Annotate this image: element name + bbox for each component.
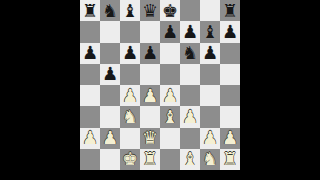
video-frame: ♜♞♝♛♚♜♟♟♝♟♟♟♟♞♟♟♟♟♟♞♝♟♟♟♛♟♟♚♜♝♞♜ <box>0 0 320 180</box>
square-f1[interactable]: ♝ <box>180 149 200 170</box>
square-a2[interactable]: ♟ <box>80 128 100 149</box>
square-b2[interactable]: ♟ <box>100 128 120 149</box>
black-pawn-icon: ♟ <box>202 44 218 62</box>
square-e6[interactable] <box>160 43 180 64</box>
square-d4[interactable]: ♟ <box>140 85 160 106</box>
square-h2[interactable]: ♟ <box>220 128 240 149</box>
black-pawn-icon: ♟ <box>142 44 158 62</box>
white-pawn-icon: ♟ <box>122 86 138 104</box>
square-g5[interactable] <box>200 64 220 85</box>
square-c4[interactable]: ♟ <box>120 85 140 106</box>
square-c5[interactable] <box>120 64 140 85</box>
white-pawn-icon: ♟ <box>182 107 198 125</box>
black-pawn-icon: ♟ <box>82 44 98 62</box>
square-b6[interactable] <box>100 43 120 64</box>
square-b8[interactable]: ♞ <box>100 0 120 21</box>
square-d3[interactable] <box>140 106 160 127</box>
square-b7[interactable] <box>100 21 120 42</box>
square-g4[interactable] <box>200 85 220 106</box>
square-g7[interactable]: ♝ <box>200 21 220 42</box>
square-h7[interactable]: ♟ <box>220 21 240 42</box>
black-rook-icon: ♜ <box>222 1 238 19</box>
square-e4[interactable]: ♟ <box>160 85 180 106</box>
black-knight-icon: ♞ <box>182 44 198 62</box>
square-g1[interactable]: ♞ <box>200 149 220 170</box>
square-f8[interactable] <box>180 0 200 21</box>
square-e5[interactable] <box>160 64 180 85</box>
square-h8[interactable]: ♜ <box>220 0 240 21</box>
square-c6[interactable]: ♟ <box>120 43 140 64</box>
square-a6[interactable]: ♟ <box>80 43 100 64</box>
square-c7[interactable] <box>120 21 140 42</box>
white-knight-icon: ♞ <box>122 107 138 125</box>
square-b5[interactable]: ♟ <box>100 64 120 85</box>
square-f7[interactable]: ♟ <box>180 21 200 42</box>
square-g3[interactable] <box>200 106 220 127</box>
chess-board: ♜♞♝♛♚♜♟♟♝♟♟♟♟♞♟♟♟♟♟♞♝♟♟♟♛♟♟♚♜♝♞♜ <box>80 0 240 170</box>
square-b1[interactable] <box>100 149 120 170</box>
black-pawn-icon: ♟ <box>222 22 238 40</box>
square-f6[interactable]: ♞ <box>180 43 200 64</box>
black-bishop-icon: ♝ <box>202 22 218 40</box>
square-b4[interactable] <box>100 85 120 106</box>
white-queen-icon: ♛ <box>142 129 158 147</box>
black-queen-icon: ♛ <box>142 1 158 19</box>
square-f5[interactable] <box>180 64 200 85</box>
square-g6[interactable]: ♟ <box>200 43 220 64</box>
square-f3[interactable]: ♟ <box>180 106 200 127</box>
square-h4[interactable] <box>220 85 240 106</box>
square-e7[interactable]: ♟ <box>160 21 180 42</box>
square-g2[interactable]: ♟ <box>200 128 220 149</box>
square-f4[interactable] <box>180 85 200 106</box>
black-king-icon: ♚ <box>162 1 178 19</box>
square-c3[interactable]: ♞ <box>120 106 140 127</box>
square-h3[interactable] <box>220 106 240 127</box>
black-knight-icon: ♞ <box>102 1 118 19</box>
white-king-icon: ♚ <box>122 150 138 168</box>
square-c8[interactable]: ♝ <box>120 0 140 21</box>
black-pawn-icon: ♟ <box>182 22 198 40</box>
square-a7[interactable] <box>80 21 100 42</box>
square-c2[interactable] <box>120 128 140 149</box>
square-g8[interactable] <box>200 0 220 21</box>
square-d8[interactable]: ♛ <box>140 0 160 21</box>
square-a8[interactable]: ♜ <box>80 0 100 21</box>
square-a3[interactable] <box>80 106 100 127</box>
white-knight-icon: ♞ <box>202 150 218 168</box>
square-d7[interactable] <box>140 21 160 42</box>
square-h5[interactable] <box>220 64 240 85</box>
square-d6[interactable]: ♟ <box>140 43 160 64</box>
black-bishop-icon: ♝ <box>122 1 138 19</box>
square-a1[interactable] <box>80 149 100 170</box>
black-pawn-icon: ♟ <box>162 22 178 40</box>
square-e2[interactable] <box>160 128 180 149</box>
white-pawn-icon: ♟ <box>222 129 238 147</box>
white-pawn-icon: ♟ <box>162 86 178 104</box>
square-h1[interactable]: ♜ <box>220 149 240 170</box>
square-d2[interactable]: ♛ <box>140 128 160 149</box>
square-e3[interactable]: ♝ <box>160 106 180 127</box>
white-pawn-icon: ♟ <box>142 86 158 104</box>
white-bishop-icon: ♝ <box>182 150 198 168</box>
square-h6[interactable] <box>220 43 240 64</box>
black-pawn-icon: ♟ <box>122 44 138 62</box>
white-pawn-icon: ♟ <box>202 129 218 147</box>
letterbox-right <box>240 0 320 180</box>
square-d1[interactable]: ♜ <box>140 149 160 170</box>
square-a4[interactable] <box>80 85 100 106</box>
white-pawn-icon: ♟ <box>82 129 98 147</box>
white-rook-icon: ♜ <box>142 150 158 168</box>
square-e1[interactable] <box>160 149 180 170</box>
black-rook-icon: ♜ <box>82 1 98 19</box>
letterbox-left <box>0 0 80 180</box>
square-f2[interactable] <box>180 128 200 149</box>
square-d5[interactable] <box>140 64 160 85</box>
black-pawn-icon: ♟ <box>102 65 118 83</box>
square-b3[interactable] <box>100 106 120 127</box>
white-pawn-icon: ♟ <box>102 129 118 147</box>
white-bishop-icon: ♝ <box>162 107 178 125</box>
square-e8[interactable]: ♚ <box>160 0 180 21</box>
square-c1[interactable]: ♚ <box>120 149 140 170</box>
square-a5[interactable] <box>80 64 100 85</box>
white-rook-icon: ♜ <box>222 150 238 168</box>
